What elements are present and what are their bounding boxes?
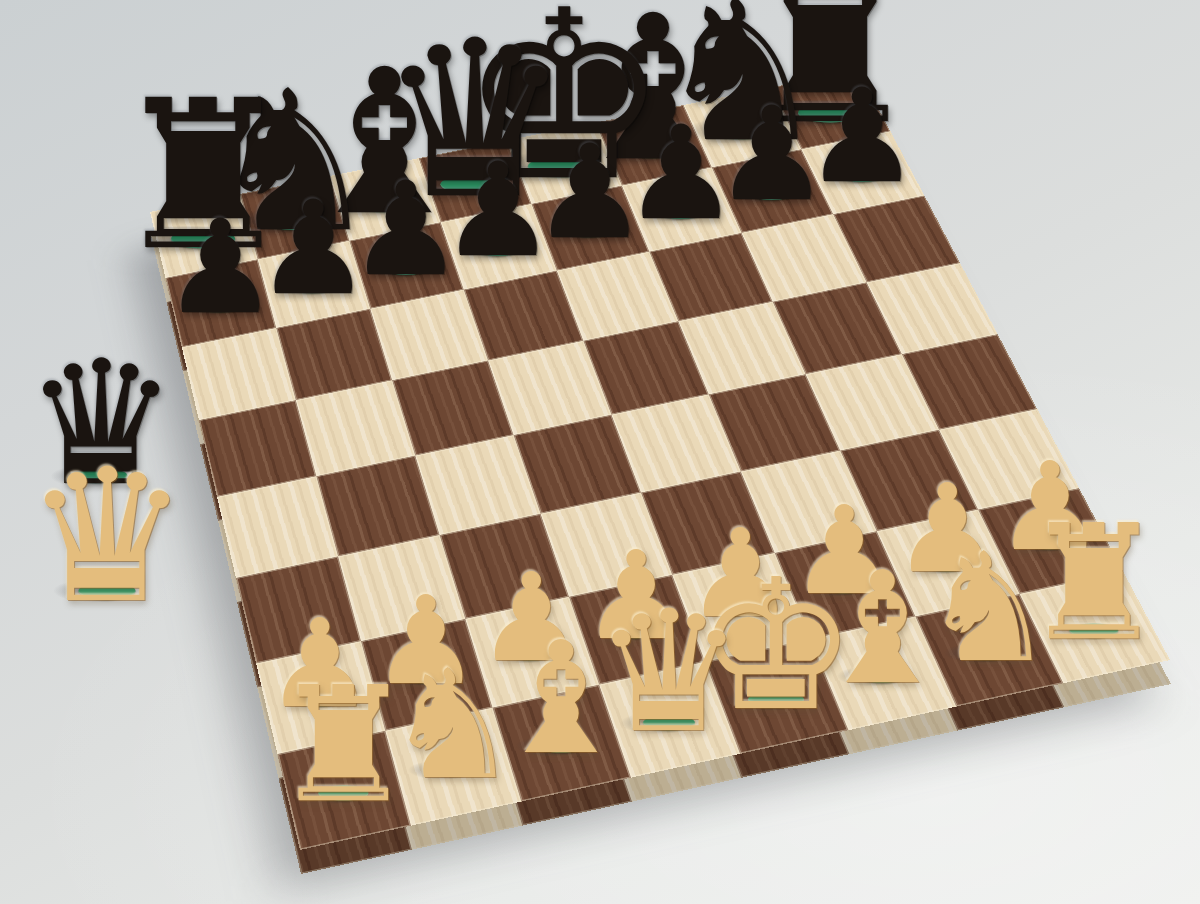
white-queen-glyph: ♛ xyxy=(25,444,190,628)
scene: ♜♞♝♛♚♝♞♜♟♟♟♟♟♟♟♟♟♟♟♟♟♟♟♟♜♞♝♛♚♝♞♜♛♛ xyxy=(0,0,1200,904)
white-rook-glyph: ♜ xyxy=(272,666,415,825)
pieces-layer: ♜♞♝♛♚♝♞♜♟♟♟♟♟♟♟♟♟♟♟♟♟♟♟♟♜♞♝♛♚♝♞♜♛♛ xyxy=(0,0,1200,904)
black-pawn-glyph: ♟ xyxy=(162,203,278,333)
